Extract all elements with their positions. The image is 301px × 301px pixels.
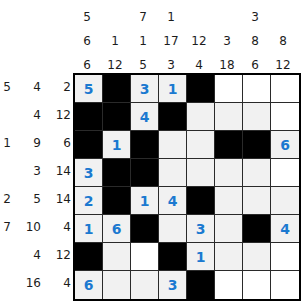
left-clue-row7-slot2: 4 bbox=[13, 241, 43, 269]
top-clue-col7-row3: 6 bbox=[241, 48, 269, 72]
cell-r3c6[interactable] bbox=[215, 131, 243, 159]
cell-digit: 6 bbox=[112, 221, 122, 237]
left-clue-row8-slot1 bbox=[0, 269, 13, 297]
cell-r1c4[interactable]: 1 bbox=[159, 75, 187, 103]
left-clue-row3-slot1: 1 bbox=[0, 129, 13, 157]
cell-digit: 3 bbox=[168, 277, 178, 293]
top-clue-col5-row3: 4 bbox=[185, 48, 213, 72]
cell-r2c5[interactable] bbox=[187, 103, 215, 131]
left-clue-row5-slot2: 5 bbox=[13, 185, 43, 213]
left-clue-row4-slot1 bbox=[0, 157, 13, 185]
top-clue-area: 5713611171238861253418612 bbox=[73, 0, 299, 73]
cell-r3c8[interactable]: 6 bbox=[271, 131, 299, 159]
top-clue-col2-row2: 1 bbox=[101, 24, 129, 48]
cell-r3c7[interactable] bbox=[243, 131, 271, 159]
top-clue-col3-row2: 1 bbox=[129, 24, 157, 48]
top-clue-col3-row3: 5 bbox=[129, 48, 157, 72]
cell-digit: 4 bbox=[168, 193, 178, 209]
top-clue-col4-row3: 3 bbox=[157, 48, 185, 72]
cell-digit: 3 bbox=[196, 221, 206, 237]
left-clue-row6-slot2: 10 bbox=[13, 213, 43, 241]
cell-r6c2[interactable]: 6 bbox=[103, 215, 131, 243]
left-clue-row3-slot3: 6 bbox=[43, 129, 73, 157]
japanese-sums-puzzle: 5713611171238861253418612 54241219631425… bbox=[0, 0, 301, 301]
top-clue-col4-row2: 17 bbox=[157, 24, 185, 48]
cell-r3c1[interactable] bbox=[75, 131, 103, 159]
cell-digit: 1 bbox=[84, 221, 94, 237]
cell-digit: 3 bbox=[140, 81, 150, 97]
left-clue-row8-slot2: 16 bbox=[13, 269, 43, 297]
cell-digit: 1 bbox=[112, 137, 122, 153]
cell-r5c1[interactable]: 2 bbox=[75, 187, 103, 215]
cell-r7c2[interactable] bbox=[103, 243, 131, 271]
top-clue-col8-row1 bbox=[269, 0, 297, 24]
cell-r7c8[interactable] bbox=[271, 243, 299, 271]
left-clue-row8-slot3: 4 bbox=[43, 269, 73, 297]
cell-r2c6[interactable] bbox=[215, 103, 243, 131]
left-clue-row2-slot2: 4 bbox=[13, 101, 43, 129]
cell-digit: 5 bbox=[84, 81, 94, 97]
top-clue-col8-row2: 8 bbox=[269, 24, 297, 48]
left-clue-row5-slot1: 2 bbox=[0, 185, 13, 213]
left-clue-row1-slot2: 4 bbox=[13, 73, 43, 101]
cell-r1c2[interactable] bbox=[103, 75, 131, 103]
cell-r5c6[interactable] bbox=[215, 187, 243, 215]
top-clue-col5-row1 bbox=[185, 0, 213, 24]
cell-r2c7[interactable] bbox=[243, 103, 271, 131]
cell-r7c7[interactable] bbox=[243, 243, 271, 271]
cell-digit: 1 bbox=[140, 193, 150, 209]
top-clue-col2-row3: 12 bbox=[101, 48, 129, 72]
left-clue-row5-slot3: 14 bbox=[43, 185, 73, 213]
left-clue-row4-slot2: 3 bbox=[13, 157, 43, 185]
cell-r1c8[interactable] bbox=[271, 75, 299, 103]
left-clue-row1-slot1: 5 bbox=[0, 73, 13, 101]
left-clue-row2-slot1 bbox=[0, 101, 13, 129]
cell-r1c7[interactable] bbox=[243, 75, 271, 103]
cell-r6c4[interactable] bbox=[159, 215, 187, 243]
cell-r4c8[interactable] bbox=[271, 159, 299, 187]
cell-r8c6[interactable] bbox=[215, 271, 243, 299]
top-clue-col7-row1: 3 bbox=[241, 0, 269, 24]
cell-r7c3[interactable] bbox=[131, 243, 159, 271]
cell-r3c4[interactable] bbox=[159, 131, 187, 159]
cell-r5c5[interactable] bbox=[187, 187, 215, 215]
cell-r3c2[interactable]: 1 bbox=[103, 131, 131, 159]
cell-r4c2[interactable] bbox=[103, 159, 131, 187]
cell-r8c1[interactable]: 6 bbox=[75, 271, 103, 299]
cell-r4c5[interactable] bbox=[187, 159, 215, 187]
cell-r5c3[interactable]: 1 bbox=[131, 187, 159, 215]
cell-r4c3[interactable] bbox=[131, 159, 159, 187]
cell-r7c5[interactable]: 1 bbox=[187, 243, 215, 271]
cell-r5c4[interactable]: 4 bbox=[159, 187, 187, 215]
cell-r6c6[interactable] bbox=[215, 215, 243, 243]
cell-r1c1[interactable]: 5 bbox=[75, 75, 103, 103]
top-clue-col8-row3: 12 bbox=[269, 48, 297, 72]
cell-r6c3[interactable] bbox=[131, 215, 159, 243]
left-clue-row4-slot3: 14 bbox=[43, 157, 73, 185]
left-clue-row1-slot3: 2 bbox=[43, 73, 73, 101]
top-clue-col7-row2: 8 bbox=[241, 24, 269, 48]
cell-r1c6[interactable] bbox=[215, 75, 243, 103]
cell-r2c8[interactable] bbox=[271, 103, 299, 131]
left-clue-row7-slot1 bbox=[0, 241, 13, 269]
cell-r4c7[interactable] bbox=[243, 159, 271, 187]
cell-r8c3[interactable] bbox=[131, 271, 159, 299]
cell-r2c1[interactable] bbox=[75, 103, 103, 131]
cell-r5c2[interactable] bbox=[103, 187, 131, 215]
cell-r6c5[interactable]: 3 bbox=[187, 215, 215, 243]
cell-r1c3[interactable]: 3 bbox=[131, 75, 159, 103]
cell-digit: 1 bbox=[168, 81, 178, 97]
cell-digit: 2 bbox=[84, 193, 94, 209]
cell-r6c7[interactable] bbox=[243, 215, 271, 243]
cell-r3c3[interactable] bbox=[131, 131, 159, 159]
cell-r4c1[interactable]: 3 bbox=[75, 159, 103, 187]
top-clue-col6-row2: 3 bbox=[213, 24, 241, 48]
cell-r8c5[interactable] bbox=[187, 271, 215, 299]
cell-r6c1[interactable]: 1 bbox=[75, 215, 103, 243]
cell-r7c1[interactable] bbox=[75, 243, 103, 271]
cell-r4c6[interactable] bbox=[215, 159, 243, 187]
cell-r2c4[interactable] bbox=[159, 103, 187, 131]
cell-r8c7[interactable] bbox=[243, 271, 271, 299]
cell-r7c6[interactable] bbox=[215, 243, 243, 271]
left-clue-row6-slot1: 7 bbox=[0, 213, 13, 241]
left-clue-area: 54241219631425147104412164 bbox=[0, 73, 73, 299]
puzzle-board: 53141632141634163 bbox=[73, 73, 301, 301]
top-clue-col6-row1 bbox=[213, 0, 241, 24]
cell-digit: 6 bbox=[84, 277, 94, 293]
top-clue-col2-row1 bbox=[101, 0, 129, 24]
cell-digit: 3 bbox=[84, 165, 94, 181]
cell-r7c4[interactable] bbox=[159, 243, 187, 271]
left-clue-row3-slot2: 9 bbox=[13, 129, 43, 157]
cell-r1c5[interactable] bbox=[187, 75, 215, 103]
cell-r6c8[interactable]: 4 bbox=[271, 215, 299, 243]
left-clue-row2-slot3: 12 bbox=[43, 101, 73, 129]
cell-digit: 4 bbox=[280, 221, 290, 237]
left-clue-row6-slot3: 4 bbox=[43, 213, 73, 241]
top-clue-col4-row1: 1 bbox=[157, 0, 185, 24]
top-clue-col1-row1: 5 bbox=[73, 0, 101, 24]
top-clue-col1-row3: 6 bbox=[73, 48, 101, 72]
cell-r8c2[interactable] bbox=[103, 271, 131, 299]
cell-r8c8[interactable] bbox=[271, 271, 299, 299]
cell-r5c7[interactable] bbox=[243, 187, 271, 215]
cell-r2c3[interactable]: 4 bbox=[131, 103, 159, 131]
top-clue-col5-row2: 12 bbox=[185, 24, 213, 48]
cell-digit: 4 bbox=[140, 109, 150, 125]
left-clue-row7-slot3: 12 bbox=[43, 241, 73, 269]
cell-digit: 1 bbox=[196, 249, 206, 265]
top-clue-col6-row3: 18 bbox=[213, 48, 241, 72]
cell-digit: 6 bbox=[280, 137, 290, 153]
top-clue-col1-row2: 6 bbox=[73, 24, 101, 48]
top-clue-col3-row1: 7 bbox=[129, 0, 157, 24]
cell-r5c8[interactable] bbox=[271, 187, 299, 215]
cell-r4c4[interactable] bbox=[159, 159, 187, 187]
cell-r2c2[interactable] bbox=[103, 103, 131, 131]
cell-r8c4[interactable]: 3 bbox=[159, 271, 187, 299]
cell-r3c5[interactable] bbox=[187, 131, 215, 159]
